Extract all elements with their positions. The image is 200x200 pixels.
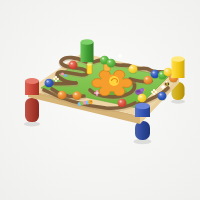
peg-leg-shade — [135, 121, 150, 140]
bead-highlight — [140, 95, 142, 97]
peg-yellow — [172, 56, 185, 78]
bead-orange — [58, 91, 67, 100]
bead-ball — [69, 61, 78, 70]
bead-orange — [144, 76, 153, 85]
bead-highlight — [75, 93, 77, 95]
bead-highlight — [47, 80, 49, 82]
bead-highlight — [131, 66, 133, 68]
bead-ball — [138, 94, 147, 103]
peg-body — [81, 42, 94, 62]
maze-track — [50, 83, 76, 84]
bead-yellow — [138, 94, 147, 103]
bead-highlight — [71, 62, 73, 64]
floor-shadow — [24, 122, 40, 127]
bead-maze-scene — [0, 0, 200, 200]
peg-green — [81, 39, 94, 62]
bead-yellow — [129, 65, 138, 74]
bead-ball — [45, 79, 54, 88]
peg-cap — [25, 78, 39, 84]
peg-cap — [135, 103, 150, 109]
bead-highlight — [60, 92, 62, 94]
bead-red — [69, 61, 78, 70]
bead-highlight — [109, 60, 111, 62]
peg-body — [172, 59, 185, 78]
bead-ball — [73, 91, 82, 100]
bead-red — [118, 99, 127, 108]
bead-ball — [118, 99, 127, 108]
peg-red — [25, 78, 39, 95]
bead-ball — [107, 59, 116, 68]
bead-highlight — [120, 100, 122, 102]
bead-highlight — [102, 57, 104, 59]
bead-orange — [73, 91, 82, 100]
peg-blue — [135, 103, 150, 117]
bead-ball — [58, 91, 67, 100]
bead-highlight — [166, 69, 168, 71]
peg-cap — [81, 39, 94, 44]
peg-leg-shade — [25, 98, 39, 122]
peg-cap — [172, 56, 185, 61]
bead-ball — [144, 76, 153, 85]
bead-highlight — [160, 72, 162, 74]
bead-blue — [45, 79, 54, 88]
bead-green — [107, 59, 116, 68]
bead-ball — [129, 65, 138, 74]
gear-side-knob-cap — [87, 63, 92, 66]
bead-highlight — [160, 93, 162, 95]
gear-side-knob — [87, 65, 92, 75]
bead-blue — [158, 92, 167, 101]
product-photo — [0, 0, 200, 200]
bead-ball — [158, 92, 167, 101]
bead-highlight — [146, 77, 148, 79]
bead-highlight — [153, 71, 155, 73]
